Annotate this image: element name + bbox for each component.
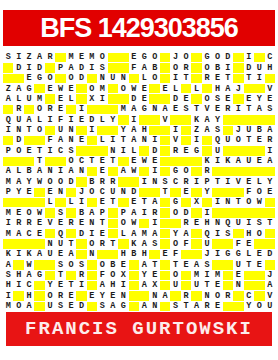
grid-cell-r23c12: I bbox=[118, 281, 128, 290]
grid-cell-r10c11: N bbox=[108, 146, 118, 155]
grid-cell-r2c9: I bbox=[87, 63, 97, 72]
grid-cell-r23c15: X bbox=[149, 281, 159, 290]
grid-cell-r14c22 bbox=[223, 188, 233, 197]
grid-cell-r5c5 bbox=[45, 94, 55, 103]
grid-cell-r4c8 bbox=[76, 84, 86, 93]
grid-cell-r11c21: I bbox=[212, 157, 222, 166]
grid-cell-r12c25 bbox=[254, 167, 264, 176]
grid-cell-r14c15 bbox=[149, 188, 159, 197]
grid-cell-r10c19: G bbox=[191, 146, 201, 155]
grid-cell-r7c21: Y bbox=[212, 115, 222, 124]
grid-cell-r11c10: E bbox=[97, 157, 107, 166]
grid-cell-r18c11 bbox=[108, 229, 118, 238]
grid-cell-r23c10: A bbox=[97, 281, 107, 290]
grid-cell-r13c7: D bbox=[66, 177, 76, 186]
grid-cell-r21c5 bbox=[45, 260, 55, 269]
grid-cell-r10c26: I bbox=[265, 146, 275, 155]
grid-cell-r2c25: U bbox=[254, 63, 264, 72]
grid-cell-r9c12: T bbox=[118, 136, 128, 145]
grid-cell-r18c8: D bbox=[76, 229, 86, 238]
grid-cell-r17c21: N bbox=[212, 219, 222, 228]
grid-cell-r5c16 bbox=[160, 94, 170, 103]
grid-cell-r9c25: E bbox=[254, 136, 264, 145]
grid-cell-r22c8: R bbox=[76, 271, 86, 280]
grid-cell-r25c15: N bbox=[149, 302, 159, 311]
puzzle-grid: SIZARMEMOEGOJOGODICDIDPADISFABOROBIDUHEG… bbox=[3, 53, 275, 311]
grid-cell-r2c12 bbox=[118, 63, 128, 72]
grid-cell-r1c22: D bbox=[223, 53, 233, 62]
grid-cell-r1c11 bbox=[108, 53, 118, 62]
grid-cell-r17c26: T bbox=[265, 219, 275, 228]
grid-cell-r14c10: C bbox=[97, 188, 107, 197]
grid-cell-r16c13: A bbox=[129, 208, 139, 217]
grid-cell-r14c3: E bbox=[24, 188, 34, 197]
grid-cell-r6c23: I bbox=[233, 105, 243, 114]
grid-cell-r15c24: O bbox=[244, 198, 254, 207]
grid-cell-r17c23: U bbox=[233, 219, 243, 228]
grid-cell-r7c19: K bbox=[191, 115, 201, 124]
grid-cell-r15c13: E bbox=[129, 198, 139, 207]
grid-cell-r22c6: T bbox=[55, 271, 65, 280]
grid-cell-r10c5: I bbox=[45, 146, 55, 155]
grid-cell-r7c18 bbox=[181, 115, 191, 124]
grid-cell-r24c14 bbox=[139, 291, 149, 300]
grid-cell-r11c9: T bbox=[87, 157, 97, 166]
grid-cell-r10c1: P bbox=[3, 146, 13, 155]
grid-cell-r3c8: D bbox=[76, 74, 86, 83]
grid-cell-r9c19: I bbox=[191, 136, 201, 145]
grid-cell-r16c8: B bbox=[76, 208, 86, 217]
grid-cell-r2c4: D bbox=[34, 63, 44, 72]
grid-cell-r3c6 bbox=[55, 74, 65, 83]
grid-cell-r21c9 bbox=[87, 260, 97, 269]
grid-cell-r5c17: D bbox=[170, 94, 180, 103]
grid-cell-r13c18: R bbox=[181, 177, 191, 186]
grid-cell-r6c21: E bbox=[212, 105, 222, 114]
grid-cell-r25c2: O bbox=[13, 302, 23, 311]
grid-cell-r9c20 bbox=[202, 136, 212, 145]
grid-cell-r9c5: F bbox=[45, 136, 55, 145]
grid-cell-r24c10: Y bbox=[97, 291, 107, 300]
grid-cell-r24c11: E bbox=[108, 291, 118, 300]
grid-cell-r19c13: K bbox=[129, 239, 139, 248]
grid-cell-r25c18: T bbox=[181, 302, 191, 311]
grid-cell-r21c17: T bbox=[170, 260, 180, 269]
grid-cell-r13c11: R bbox=[108, 177, 118, 186]
grid-cell-r15c11: T bbox=[108, 198, 118, 207]
grid-cell-r1c8: E bbox=[76, 53, 86, 62]
grid-cell-r12c9 bbox=[87, 167, 97, 176]
grid-cell-r18c13: A bbox=[129, 229, 139, 238]
grid-cell-r12c5: N bbox=[45, 167, 55, 176]
grid-cell-r16c3: O bbox=[24, 208, 34, 217]
grid-cell-r18c22: S bbox=[223, 229, 233, 238]
grid-cell-r9c17: V bbox=[170, 136, 180, 145]
grid-cell-r16c4: W bbox=[34, 208, 44, 217]
grid-cell-r8c17: I bbox=[170, 126, 180, 135]
grid-cell-r22c21: M bbox=[212, 271, 222, 280]
grid-cell-r25c7: E bbox=[66, 302, 76, 311]
grid-cell-r17c19: E bbox=[191, 219, 201, 228]
grid-cell-r13c14: I bbox=[139, 177, 149, 186]
grid-cell-r5c19 bbox=[191, 94, 201, 103]
grid-cell-r19c2 bbox=[13, 239, 23, 248]
grid-cell-r4c22: A bbox=[223, 84, 233, 93]
grid-cell-r6c16: A bbox=[160, 105, 170, 114]
grid-cell-r13c15: N bbox=[149, 177, 159, 186]
grid-cell-r20c14: H bbox=[139, 250, 149, 259]
grid-cell-r14c19 bbox=[191, 188, 201, 197]
grid-cell-r16c24 bbox=[244, 208, 254, 217]
grid-cell-r19c26 bbox=[265, 239, 275, 248]
title-band: BFS 1429303856 bbox=[3, 10, 275, 46]
grid-cell-r10c16 bbox=[160, 146, 170, 155]
grid-cell-r2c3: I bbox=[24, 63, 34, 72]
grid-cell-r1c3: Z bbox=[24, 53, 34, 62]
grid-cell-r17c3: R bbox=[24, 219, 34, 228]
grid-cell-r24c21: O bbox=[212, 291, 222, 300]
grid-cell-r19c6: U bbox=[55, 239, 65, 248]
grid-cell-r15c12 bbox=[118, 198, 128, 207]
grid-cell-r20c13: B bbox=[129, 250, 139, 259]
grid-cell-r2c14: A bbox=[139, 63, 149, 72]
grid-cell-r8c21: S bbox=[212, 126, 222, 135]
grid-cell-r24c12: N bbox=[118, 291, 128, 300]
grid-cell-r5c18: E bbox=[181, 94, 191, 103]
grid-cell-r7c5: I bbox=[45, 115, 55, 124]
grid-cell-r8c23: J bbox=[233, 126, 243, 135]
grid-cell-r5c12 bbox=[118, 94, 128, 103]
grid-cell-r7c14 bbox=[139, 115, 149, 124]
grid-cell-r15c1 bbox=[3, 198, 13, 207]
grid-cell-r7c20: A bbox=[202, 115, 212, 124]
grid-cell-r7c26 bbox=[265, 115, 275, 124]
grid-cell-r11c8: C bbox=[76, 157, 86, 166]
grid-cell-r7c12 bbox=[118, 115, 128, 124]
grid-cell-r3c24: T bbox=[244, 74, 254, 83]
grid-cell-r8c6: U bbox=[55, 126, 65, 135]
grid-cell-r21c24: T bbox=[244, 260, 254, 269]
grid-cell-r10c20 bbox=[202, 146, 212, 155]
grid-cell-r21c22 bbox=[223, 260, 233, 269]
grid-cell-r3c3: E bbox=[24, 74, 34, 83]
grid-cell-r8c14: H bbox=[139, 126, 149, 135]
grid-cell-r23c16 bbox=[160, 281, 170, 290]
grid-cell-r17c20: H bbox=[202, 219, 212, 228]
grid-cell-r5c15 bbox=[149, 94, 159, 103]
grid-cell-r18c6: Q bbox=[55, 229, 65, 238]
grid-cell-r5c1: A bbox=[3, 94, 13, 103]
grid-cell-r8c22 bbox=[223, 126, 233, 135]
grid-cell-r20c3: K bbox=[24, 250, 34, 259]
grid-cell-r20c12: H bbox=[118, 250, 128, 259]
grid-cell-r14c20: Y bbox=[202, 188, 212, 197]
grid-cell-r13c12 bbox=[118, 177, 128, 186]
book-cover: BFS 1429303856 SIZARMEMOEGOJOGODICDIDPAD… bbox=[0, 0, 278, 360]
grid-cell-r7c22 bbox=[223, 115, 233, 124]
grid-cell-r13c17: C bbox=[170, 177, 180, 186]
grid-cell-r25c17: S bbox=[170, 302, 180, 311]
grid-cell-r16c2: E bbox=[13, 208, 23, 217]
grid-cell-r2c6: P bbox=[55, 63, 65, 72]
grid-cell-r24c6: R bbox=[55, 291, 65, 300]
grid-cell-r6c1 bbox=[3, 105, 13, 114]
grid-cell-r16c17: O bbox=[170, 208, 180, 217]
grid-cell-r13c22: I bbox=[223, 177, 233, 186]
grid-cell-r4c15 bbox=[149, 84, 159, 93]
grid-cell-r22c2: H bbox=[13, 271, 23, 280]
grid-cell-r25c24: Y bbox=[244, 302, 254, 311]
grid-cell-r14c8: J bbox=[76, 188, 86, 197]
grid-cell-r7c13: I bbox=[129, 115, 139, 124]
grid-cell-r24c13 bbox=[129, 291, 139, 300]
grid-cell-r18c10: E bbox=[97, 229, 107, 238]
grid-cell-r3c20: R bbox=[202, 74, 212, 83]
grid-cell-r23c9 bbox=[87, 281, 97, 290]
grid-cell-r2c21: B bbox=[212, 63, 222, 72]
grid-cell-r13c21: T bbox=[212, 177, 222, 186]
grid-cell-r17c25: S bbox=[254, 219, 264, 228]
grid-cell-r12c26 bbox=[265, 167, 275, 176]
grid-cell-r6c10 bbox=[97, 105, 107, 114]
grid-cell-r25c26: U bbox=[265, 302, 275, 311]
grid-cell-r14c4 bbox=[34, 188, 44, 197]
grid-cell-r19c17: O bbox=[170, 239, 180, 248]
grid-cell-r10c22 bbox=[223, 146, 233, 155]
grid-cell-r9c22: U bbox=[223, 136, 233, 145]
grid-cell-r10c18: E bbox=[181, 146, 191, 155]
grid-cell-r9c4 bbox=[34, 136, 44, 145]
grid-cell-r10c2: O bbox=[13, 146, 23, 155]
grid-cell-r7c16: V bbox=[160, 115, 170, 124]
grid-cell-r7c24 bbox=[244, 115, 254, 124]
grid-cell-r11c4: T bbox=[34, 157, 44, 166]
grid-cell-r17c13: W bbox=[129, 219, 139, 228]
grid-cell-r14c2: Y bbox=[13, 188, 23, 197]
grid-cell-r8c4: O bbox=[34, 126, 44, 135]
grid-cell-r8c25: B bbox=[254, 126, 264, 135]
grid-cell-r14c14 bbox=[139, 188, 149, 197]
grid-cell-r21c20: S bbox=[202, 260, 212, 269]
grid-cell-r8c8 bbox=[76, 126, 86, 135]
grid-cell-r24c22: R bbox=[223, 291, 233, 300]
grid-cell-r17c1: I bbox=[3, 219, 13, 228]
grid-cell-r16c22 bbox=[223, 208, 233, 217]
grid-cell-r25c13 bbox=[129, 302, 139, 311]
grid-cell-r23c26: A bbox=[265, 281, 275, 290]
grid-cell-r12c17: G bbox=[170, 167, 180, 176]
grid-cell-r7c7: I bbox=[66, 115, 76, 124]
grid-cell-r22c22 bbox=[223, 271, 233, 280]
grid-cell-r14c7 bbox=[66, 188, 76, 197]
grid-cell-r6c9 bbox=[87, 105, 97, 114]
grid-cell-r18c26 bbox=[265, 229, 275, 238]
grid-cell-r17c15: I bbox=[149, 219, 159, 228]
grid-cell-r3c25: I bbox=[254, 74, 264, 83]
grid-cell-r15c15: A bbox=[149, 198, 159, 207]
grid-cell-r17c7: R bbox=[66, 219, 76, 228]
grid-cell-r20c11 bbox=[108, 250, 118, 259]
grid-cell-r11c2 bbox=[13, 157, 23, 166]
grid-cell-r6c18: S bbox=[181, 105, 191, 114]
grid-cell-r18c25: O bbox=[254, 229, 264, 238]
grid-cell-r2c17: O bbox=[170, 63, 180, 72]
grid-cell-r25c25: O bbox=[254, 302, 264, 311]
grid-cell-r21c6: S bbox=[55, 260, 65, 269]
grid-cell-r18c16 bbox=[160, 229, 170, 238]
grid-cell-r9c8: E bbox=[76, 136, 86, 145]
grid-cell-r2c2: D bbox=[13, 63, 23, 72]
grid-cell-r11c11: T bbox=[108, 157, 118, 166]
grid-cell-r22c19: M bbox=[191, 271, 201, 280]
grid-cell-r19c8 bbox=[76, 239, 86, 248]
grid-cell-r4c4 bbox=[34, 84, 44, 93]
grid-cell-r2c19 bbox=[191, 63, 201, 72]
grid-cell-r13c3: Y bbox=[24, 177, 34, 186]
grid-cell-r7c1: Q bbox=[3, 115, 13, 124]
grid-cell-r14c13: D bbox=[129, 188, 139, 197]
grid-cell-r11c17 bbox=[170, 157, 180, 166]
grid-cell-r24c9: E bbox=[87, 291, 97, 300]
grid-cell-r4c13: W bbox=[129, 84, 139, 93]
grid-cell-r2c15: B bbox=[149, 63, 159, 72]
grid-cell-r25c22 bbox=[223, 302, 233, 311]
grid-cell-r16c15: R bbox=[149, 208, 159, 217]
grid-cell-r12c1: A bbox=[3, 167, 13, 176]
grid-cell-r2c23 bbox=[233, 63, 243, 72]
grid-cell-r3c23 bbox=[233, 74, 243, 83]
grid-cell-r1c21: O bbox=[212, 53, 222, 62]
grid-cell-r24c19 bbox=[191, 291, 201, 300]
grid-cell-r3c19 bbox=[191, 74, 201, 83]
grid-cell-r17c10: T bbox=[97, 219, 107, 228]
grid-cell-r19c25 bbox=[254, 239, 264, 248]
grid-cell-r23c23: N bbox=[233, 281, 243, 290]
grid-cell-r13c2: A bbox=[13, 177, 23, 186]
grid-cell-r14c6: N bbox=[55, 188, 65, 197]
grid-cell-r21c26 bbox=[265, 260, 275, 269]
grid-cell-r25c19: A bbox=[191, 302, 201, 311]
grid-cell-r1c2: I bbox=[13, 53, 23, 62]
grid-cell-r22c15: E bbox=[149, 271, 159, 280]
grid-cell-r8c12: Y bbox=[118, 126, 128, 135]
grid-cell-r1c5: R bbox=[45, 53, 55, 62]
grid-cell-r18c3: C bbox=[24, 229, 34, 238]
grid-cell-r20c26: D bbox=[265, 250, 275, 259]
grid-cell-r13c9: B bbox=[87, 177, 97, 186]
grid-cell-r15c18 bbox=[181, 198, 191, 207]
grid-cell-r3c26 bbox=[265, 74, 275, 83]
grid-cell-r19c3 bbox=[24, 239, 34, 248]
grid-cell-r7c9: D bbox=[87, 115, 97, 124]
grid-cell-r22c5 bbox=[45, 271, 55, 280]
grid-cell-r22c24 bbox=[244, 271, 254, 280]
grid-cell-r12c24 bbox=[244, 167, 254, 176]
grid-cell-r23c19: U bbox=[191, 281, 201, 290]
grid-cell-r21c2 bbox=[13, 260, 23, 269]
grid-cell-r21c19: A bbox=[191, 260, 201, 269]
grid-cell-r19c20: U bbox=[202, 239, 212, 248]
grid-cell-r22c11: O bbox=[108, 271, 118, 280]
grid-cell-r14c12: N bbox=[118, 188, 128, 197]
grid-cell-r23c4 bbox=[34, 281, 44, 290]
grid-cell-r9c10: L bbox=[97, 136, 107, 145]
grid-cell-r1c12 bbox=[118, 53, 128, 62]
grid-cell-r21c4 bbox=[34, 260, 44, 269]
grid-cell-r21c13 bbox=[129, 260, 139, 269]
grid-cell-r9c6: A bbox=[55, 136, 65, 145]
grid-cell-r13c26: Y bbox=[265, 177, 275, 186]
grid-cell-r8c9: I bbox=[87, 126, 97, 135]
grid-cell-r22c25 bbox=[254, 271, 264, 280]
grid-cell-r15c17: G bbox=[170, 198, 180, 207]
grid-cell-r24c7: E bbox=[66, 291, 76, 300]
grid-cell-r3c12: N bbox=[118, 74, 128, 83]
grid-cell-r6c20: V bbox=[202, 105, 212, 114]
grid-cell-r2c18: R bbox=[181, 63, 191, 72]
grid-cell-r22c23: E bbox=[233, 271, 243, 280]
grid-cell-r13c13 bbox=[129, 177, 139, 186]
grid-cell-r1c7: M bbox=[66, 53, 76, 62]
grid-cell-r3c1 bbox=[3, 74, 13, 83]
grid-cell-r22c16 bbox=[160, 271, 170, 280]
grid-cell-r16c14: I bbox=[139, 208, 149, 217]
grid-cell-r6c26: S bbox=[265, 105, 275, 114]
grid-cell-r20c1: K bbox=[3, 250, 13, 259]
grid-cell-r17c12: O bbox=[118, 219, 128, 228]
grid-cell-r12c11 bbox=[108, 167, 118, 176]
grid-cell-r5c6: E bbox=[55, 94, 65, 103]
grid-cell-r7c2: U bbox=[13, 115, 23, 124]
grid-cell-r12c14 bbox=[139, 167, 149, 176]
grid-cell-r16c16 bbox=[160, 208, 170, 217]
grid-cell-r9c2: D bbox=[13, 136, 23, 145]
grid-cell-r22c26: J bbox=[265, 271, 275, 280]
grid-cell-r19c7: T bbox=[66, 239, 76, 248]
grid-cell-r22c20: I bbox=[202, 271, 212, 280]
grid-cell-r21c15: T bbox=[149, 260, 159, 269]
grid-cell-r8c16 bbox=[160, 126, 170, 135]
grid-cell-r24c4 bbox=[34, 291, 44, 300]
grid-cell-r3c4: G bbox=[34, 74, 44, 83]
grid-cell-r23c18 bbox=[181, 281, 191, 290]
grid-cell-r4c16: E bbox=[160, 84, 170, 93]
grid-cell-r10c23 bbox=[233, 146, 243, 155]
grid-cell-r14c23 bbox=[233, 188, 243, 197]
grid-cell-r11c16 bbox=[160, 157, 170, 166]
grid-cell-r20c22: G bbox=[223, 250, 233, 259]
grid-cell-r20c5: U bbox=[45, 250, 55, 259]
grid-cell-r16c11 bbox=[108, 208, 118, 217]
grid-cell-r8c18 bbox=[181, 126, 191, 135]
grid-cell-r5c2: L bbox=[13, 94, 23, 103]
grid-cell-r3c5: O bbox=[45, 74, 55, 83]
grid-cell-r15c4 bbox=[34, 198, 44, 207]
grid-cell-r12c21 bbox=[212, 167, 222, 176]
grid-cell-r24c26: V bbox=[265, 291, 275, 300]
grid-cell-r8c1: I bbox=[3, 126, 13, 135]
grid-cell-r4c10: M bbox=[97, 84, 107, 93]
grid-cell-r20c16: E bbox=[160, 250, 170, 259]
grid-cell-r17c6: E bbox=[55, 219, 65, 228]
grid-cell-r10c6: C bbox=[55, 146, 65, 155]
grid-cell-r20c8 bbox=[76, 250, 86, 259]
grid-cell-r11c20: K bbox=[202, 157, 212, 166]
grid-cell-r19c1 bbox=[3, 239, 13, 248]
grid-cell-r22c1: S bbox=[3, 271, 13, 280]
grid-cell-r12c6: I bbox=[55, 167, 65, 176]
grid-cell-r12c3: B bbox=[24, 167, 34, 176]
